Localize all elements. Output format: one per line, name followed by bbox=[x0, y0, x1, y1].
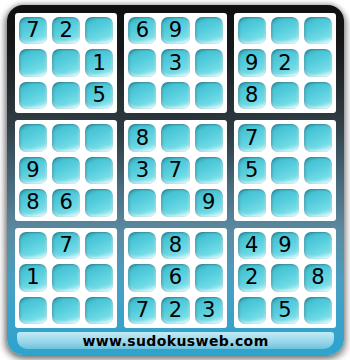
box-r1c2: 693 bbox=[124, 13, 226, 113]
cell-r2c9[interactable] bbox=[304, 49, 332, 76]
cell-r8c6[interactable] bbox=[195, 264, 223, 291]
cell-r7c9[interactable] bbox=[304, 232, 332, 259]
cell-r3c9[interactable] bbox=[304, 82, 332, 109]
cell-r7c2[interactable]: 7 bbox=[52, 232, 80, 259]
cell-r3c8[interactable] bbox=[271, 82, 299, 109]
cell-r6c7[interactable] bbox=[238, 189, 266, 216]
cell-r8c4[interactable] bbox=[128, 264, 156, 291]
cell-r3c2[interactable] bbox=[52, 82, 80, 109]
cell-r2c6[interactable] bbox=[195, 49, 223, 76]
cell-r1c9[interactable] bbox=[304, 17, 332, 44]
box-r3c3: 49285 bbox=[234, 228, 336, 328]
cell-r4c5[interactable] bbox=[161, 124, 189, 151]
cell-r9c8[interactable]: 5 bbox=[271, 297, 299, 324]
cell-r2c1[interactable] bbox=[19, 49, 47, 76]
footer-bar: www.sudokusweb.com bbox=[17, 332, 334, 349]
cell-r3c7[interactable]: 8 bbox=[238, 82, 266, 109]
box-r3c2: 86723 bbox=[124, 228, 226, 328]
cell-r5c1[interactable]: 9 bbox=[19, 157, 47, 184]
cell-r6c5[interactable] bbox=[161, 189, 189, 216]
cell-r9c3[interactable] bbox=[85, 297, 113, 324]
cell-r1c7[interactable] bbox=[238, 17, 266, 44]
cell-r9c6[interactable]: 3 bbox=[195, 297, 223, 324]
cell-r8c2[interactable] bbox=[52, 264, 80, 291]
cell-r7c4[interactable] bbox=[128, 232, 156, 259]
cell-r7c8[interactable]: 9 bbox=[271, 232, 299, 259]
cell-r9c9[interactable] bbox=[304, 297, 332, 324]
box-r3c1: 71 bbox=[15, 228, 117, 328]
cell-r1c8[interactable] bbox=[271, 17, 299, 44]
cell-r1c5[interactable]: 9 bbox=[161, 17, 189, 44]
cell-r2c7[interactable]: 9 bbox=[238, 49, 266, 76]
cell-r5c4[interactable]: 3 bbox=[128, 157, 156, 184]
cell-r2c3[interactable]: 1 bbox=[85, 49, 113, 76]
cell-r4c3[interactable] bbox=[85, 124, 113, 151]
box-r2c1: 986 bbox=[15, 120, 117, 220]
cell-r5c2[interactable] bbox=[52, 157, 80, 184]
site-url: www.sudokusweb.com bbox=[82, 333, 268, 349]
box-r2c3: 75 bbox=[234, 120, 336, 220]
cell-r2c5[interactable]: 3 bbox=[161, 49, 189, 76]
cell-r8c9[interactable]: 8 bbox=[304, 264, 332, 291]
cell-r7c1[interactable] bbox=[19, 232, 47, 259]
cell-r4c7[interactable]: 7 bbox=[238, 124, 266, 151]
cell-r6c6[interactable]: 9 bbox=[195, 189, 223, 216]
cell-r7c7[interactable]: 4 bbox=[238, 232, 266, 259]
cell-r1c1[interactable]: 7 bbox=[19, 17, 47, 44]
sudoku-board: 7215693928986837975718672349285 bbox=[15, 13, 336, 328]
cell-r8c8[interactable] bbox=[271, 264, 299, 291]
cell-r6c8[interactable] bbox=[271, 189, 299, 216]
cell-r3c1[interactable] bbox=[19, 82, 47, 109]
cell-r9c4[interactable]: 7 bbox=[128, 297, 156, 324]
cell-r5c5[interactable]: 7 bbox=[161, 157, 189, 184]
cell-r4c2[interactable] bbox=[52, 124, 80, 151]
cell-r6c9[interactable] bbox=[304, 189, 332, 216]
cell-r8c1[interactable]: 1 bbox=[19, 264, 47, 291]
cell-r6c4[interactable] bbox=[128, 189, 156, 216]
cell-r1c3[interactable] bbox=[85, 17, 113, 44]
cell-r3c5[interactable] bbox=[161, 82, 189, 109]
cell-r8c5[interactable]: 6 bbox=[161, 264, 189, 291]
cell-r5c7[interactable]: 5 bbox=[238, 157, 266, 184]
cell-r6c1[interactable]: 8 bbox=[19, 189, 47, 216]
cell-r4c9[interactable] bbox=[304, 124, 332, 151]
cell-r3c4[interactable] bbox=[128, 82, 156, 109]
box-r2c2: 8379 bbox=[124, 120, 226, 220]
cell-r9c1[interactable] bbox=[19, 297, 47, 324]
cell-r2c4[interactable] bbox=[128, 49, 156, 76]
cell-r8c3[interactable] bbox=[85, 264, 113, 291]
cell-r9c2[interactable] bbox=[52, 297, 80, 324]
cell-r7c5[interactable]: 8 bbox=[161, 232, 189, 259]
cell-r5c8[interactable] bbox=[271, 157, 299, 184]
cell-r9c7[interactable] bbox=[238, 297, 266, 324]
cell-r5c9[interactable] bbox=[304, 157, 332, 184]
cell-r5c3[interactable] bbox=[85, 157, 113, 184]
cell-r1c4[interactable]: 6 bbox=[128, 17, 156, 44]
cell-r1c6[interactable] bbox=[195, 17, 223, 44]
cell-r4c4[interactable]: 8 bbox=[128, 124, 156, 151]
cell-r3c3[interactable]: 5 bbox=[85, 82, 113, 109]
sudoku-panel: 7215693928986837975718672349285 www.sudo… bbox=[7, 5, 344, 355]
cell-r2c2[interactable] bbox=[52, 49, 80, 76]
cell-r4c1[interactable] bbox=[19, 124, 47, 151]
box-r1c1: 7215 bbox=[15, 13, 117, 113]
cell-r7c6[interactable] bbox=[195, 232, 223, 259]
cell-r6c2[interactable]: 6 bbox=[52, 189, 80, 216]
cell-r1c2[interactable]: 2 bbox=[52, 17, 80, 44]
box-r1c3: 928 bbox=[234, 13, 336, 113]
cell-r4c8[interactable] bbox=[271, 124, 299, 151]
cell-r8c7[interactable]: 2 bbox=[238, 264, 266, 291]
cell-r4c6[interactable] bbox=[195, 124, 223, 151]
cell-r2c8[interactable]: 2 bbox=[271, 49, 299, 76]
cell-r5c6[interactable] bbox=[195, 157, 223, 184]
cell-r3c6[interactable] bbox=[195, 82, 223, 109]
cell-r6c3[interactable] bbox=[85, 189, 113, 216]
cell-r9c5[interactable]: 2 bbox=[161, 297, 189, 324]
cell-r7c3[interactable] bbox=[85, 232, 113, 259]
